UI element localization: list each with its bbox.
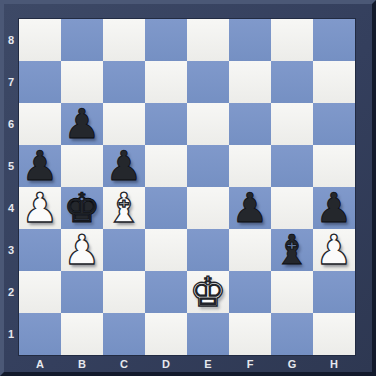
rank-label: 2 [4,271,18,313]
board-square[interactable]: ♚ [187,271,229,313]
board-square[interactable] [229,19,271,61]
board-square[interactable] [61,271,103,313]
board-square[interactable]: ♝ [271,229,313,271]
board-square[interactable] [271,19,313,61]
board-square[interactable] [229,61,271,103]
board-square[interactable] [145,19,187,61]
file-label: G [271,356,313,372]
board-square[interactable] [145,187,187,229]
rank-label: 5 [4,145,18,187]
board-square[interactable] [271,187,313,229]
board-square[interactable] [313,61,355,103]
board-square[interactable] [229,271,271,313]
white-pawn: ♟ [22,187,59,229]
board-square[interactable] [313,103,355,145]
board-square[interactable] [271,145,313,187]
board-square[interactable] [19,313,61,355]
rank-label: 1 [4,313,18,355]
black-pawn: ♟ [106,145,143,187]
board-square[interactable] [103,61,145,103]
board-square[interactable] [313,19,355,61]
black-pawn: ♟ [64,103,101,145]
board-square[interactable] [271,103,313,145]
board-square[interactable] [61,61,103,103]
board-square[interactable] [19,271,61,313]
board-square[interactable]: ♟ [19,187,61,229]
board-square[interactable] [187,313,229,355]
rank-label: 8 [4,19,18,61]
board-square[interactable] [271,271,313,313]
board-square[interactable] [187,61,229,103]
chess-board-frame: ♟♟♟♟♚♝♟♟♟♝♟♚ 87654321 ABCDEFGH [0,0,376,376]
board-square[interactable] [145,103,187,145]
white-pawn: ♟ [64,229,101,271]
board-square[interactable] [145,145,187,187]
board-square[interactable]: ♟ [313,187,355,229]
board-square[interactable]: ♟ [61,103,103,145]
board-square[interactable] [187,19,229,61]
board-square[interactable] [229,313,271,355]
file-label: H [313,356,355,372]
board-square[interactable]: ♟ [313,229,355,271]
file-label: F [229,356,271,372]
black-pawn: ♟ [232,187,269,229]
board-square[interactable] [103,229,145,271]
white-king: ♚ [190,271,227,313]
board-square[interactable] [145,271,187,313]
board-square[interactable] [313,271,355,313]
board-square[interactable] [145,229,187,271]
board-square[interactable] [187,103,229,145]
rank-label: 3 [4,229,18,271]
black-pawn: ♟ [316,187,353,229]
chess-board: ♟♟♟♟♚♝♟♟♟♝♟♚ [19,19,355,355]
board-square[interactable] [229,145,271,187]
rank-label: 7 [4,61,18,103]
board-square[interactable] [187,229,229,271]
board-square[interactable] [19,61,61,103]
white-bishop: ♝ [106,187,143,229]
board-square[interactable]: ♟ [61,229,103,271]
board-square[interactable] [19,103,61,145]
board-square[interactable] [271,313,313,355]
white-pawn: ♟ [316,229,353,271]
board-square[interactable] [19,19,61,61]
board-square[interactable] [313,313,355,355]
board-square[interactable] [61,313,103,355]
file-label: E [187,356,229,372]
file-label: C [103,356,145,372]
board-square[interactable]: ♟ [229,187,271,229]
file-label: B [61,356,103,372]
board-square[interactable]: ♟ [103,145,145,187]
board-square[interactable] [271,61,313,103]
board-square[interactable] [61,145,103,187]
board-square[interactable] [313,145,355,187]
file-label: D [145,356,187,372]
board-square[interactable] [103,103,145,145]
board-square[interactable] [103,313,145,355]
board-square[interactable]: ♚ [61,187,103,229]
board-square[interactable] [187,145,229,187]
board-square[interactable]: ♝ [103,187,145,229]
board-square[interactable] [145,61,187,103]
rank-label: 4 [4,187,18,229]
board-square[interactable] [103,271,145,313]
board-square[interactable] [187,187,229,229]
board-square[interactable] [19,229,61,271]
board-square[interactable]: ♟ [19,145,61,187]
board-square[interactable] [103,19,145,61]
rank-label: 6 [4,103,18,145]
board-square[interactable] [61,19,103,61]
board-square[interactable] [229,229,271,271]
file-label: A [19,356,61,372]
black-king: ♚ [64,187,101,229]
board-square[interactable] [145,313,187,355]
board-square[interactable] [229,103,271,145]
black-bishop: ♝ [274,229,311,271]
black-pawn: ♟ [22,145,59,187]
